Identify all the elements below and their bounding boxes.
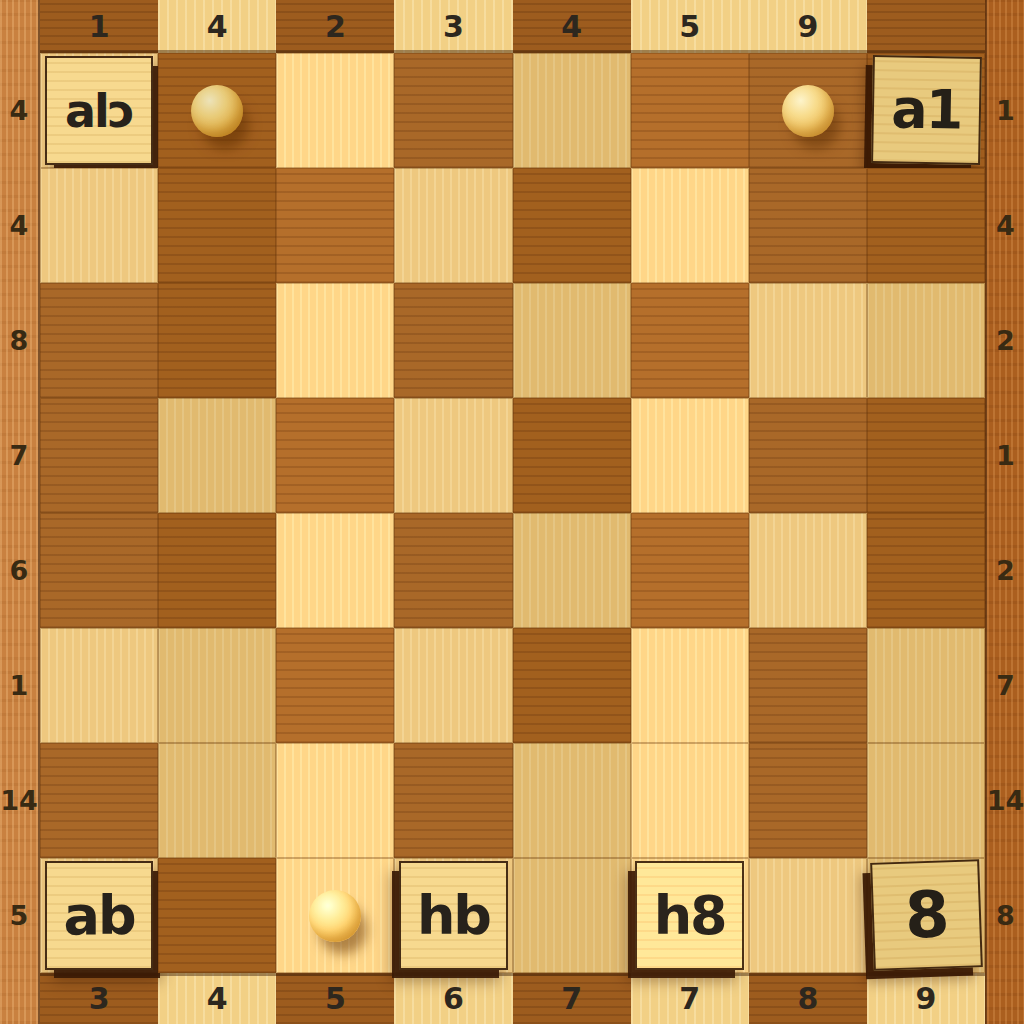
rank-label-left-7: 14 <box>0 787 38 814</box>
letter-block-text: a1 <box>890 83 961 138</box>
file-label-cell-top-7: 9 <box>749 0 867 53</box>
square-r5c3[interactable] <box>276 513 394 628</box>
file-label-cell-bottom-8: 9 <box>867 973 985 1024</box>
rank-label-left-1: 4 <box>10 97 29 124</box>
square-r1c3[interactable] <box>276 53 394 168</box>
square-r6c7[interactable] <box>749 628 867 743</box>
square-r8c8[interactable]: 8 <box>867 858 985 973</box>
square-r5c8[interactable] <box>867 513 985 628</box>
rank-label-right-2: 4 <box>996 212 1015 239</box>
square-r5c6[interactable] <box>631 513 749 628</box>
square-r6c5[interactable] <box>513 628 631 743</box>
file-label-bottom-2: 4 <box>207 984 228 1014</box>
file-label-top-4: 3 <box>443 12 464 42</box>
square-r5c7[interactable] <box>749 513 867 628</box>
letter-block-a1[interactable]: a1 <box>871 55 982 165</box>
square-r1c4[interactable] <box>394 53 512 168</box>
file-label-cell-top-4: 3 <box>394 0 512 53</box>
rank-cell-left-1: 4 <box>0 53 38 168</box>
square-r4c7[interactable] <box>749 398 867 513</box>
square-r4c2[interactable] <box>158 398 276 513</box>
square-r6c8[interactable] <box>867 628 985 743</box>
file-label-cell-top-6: 5 <box>631 0 749 53</box>
square-r3c8[interactable] <box>867 283 985 398</box>
letter-block-alɔ[interactable]: alɔ <box>45 56 154 164</box>
square-r2c1[interactable] <box>40 168 158 283</box>
letter-block-h8[interactable]: h8 <box>635 861 744 969</box>
rank-cell-right-4: 1 <box>987 398 1024 513</box>
square-r1c8[interactable]: a1 <box>867 53 985 168</box>
rank-label-left-5: 6 <box>10 557 29 584</box>
square-r6c4[interactable] <box>394 628 512 743</box>
letter-block-text: hb <box>417 889 490 943</box>
square-r2c8[interactable] <box>867 168 985 283</box>
square-r8c2[interactable] <box>158 858 276 973</box>
right-border: 142127148 <box>985 0 1024 1024</box>
square-r5c1[interactable] <box>40 513 158 628</box>
square-r4c1[interactable] <box>40 398 158 513</box>
rank-cell-left-6: 1 <box>0 628 38 743</box>
square-r8c4[interactable]: hb <box>394 858 512 973</box>
file-label-cell-top-3: 2 <box>276 0 394 53</box>
letter-block-text: 8 <box>904 883 949 948</box>
rank-label-left-3: 8 <box>10 327 29 354</box>
rank-cell-right-3: 2 <box>987 283 1024 398</box>
square-r7c7[interactable] <box>749 743 867 858</box>
square-r4c6[interactable] <box>631 398 749 513</box>
file-label-cell-top-1: 1 <box>40 0 158 53</box>
file-label-cell-bottom-7: 8 <box>749 973 867 1024</box>
square-r7c3[interactable] <box>276 743 394 858</box>
square-r8c7[interactable] <box>749 858 867 973</box>
square-r7c5[interactable] <box>513 743 631 858</box>
square-r3c4[interactable] <box>394 283 512 398</box>
square-r4c3[interactable] <box>276 398 394 513</box>
file-label-top-7: 9 <box>797 12 818 42</box>
rank-label-right-7: 14 <box>987 787 1024 814</box>
square-r3c2[interactable] <box>158 283 276 398</box>
letter-block-text: h8 <box>654 889 726 943</box>
board: 448761145142127148142345934567789alɔa1ab… <box>0 0 1024 1024</box>
file-label-cell-top-5: 4 <box>513 0 631 53</box>
file-label-cell-bottom-1: 3 <box>40 973 158 1024</box>
square-r1c5[interactable] <box>513 53 631 168</box>
ball-piece-2[interactable] <box>782 85 834 137</box>
rank-cell-left-3: 8 <box>0 283 38 398</box>
square-r7c1[interactable] <box>40 743 158 858</box>
square-r1c2[interactable] <box>158 53 276 168</box>
file-label-top-3: 2 <box>325 12 346 42</box>
square-r2c6[interactable] <box>631 168 749 283</box>
square-r5c5[interactable] <box>513 513 631 628</box>
square-r1c6[interactable] <box>631 53 749 168</box>
letter-block-ab[interactable]: ab <box>45 861 154 969</box>
rank-cell-right-7: 14 <box>987 743 1024 858</box>
file-label-bottom-5: 7 <box>561 984 582 1014</box>
square-r4c4[interactable] <box>394 398 512 513</box>
file-label-bottom-4: 6 <box>443 984 464 1014</box>
square-r3c5[interactable] <box>513 283 631 398</box>
rank-cell-right-6: 7 <box>987 628 1024 743</box>
square-r7c6[interactable] <box>631 743 749 858</box>
rank-label-right-8: 8 <box>996 902 1015 929</box>
file-label-cell-bottom-5: 7 <box>513 973 631 1024</box>
ball-piece-3[interactable] <box>309 890 361 942</box>
square-r2c4[interactable] <box>394 168 512 283</box>
square-r3c3[interactable] <box>276 283 394 398</box>
rank-cell-left-7: 14 <box>0 743 38 858</box>
rank-label-left-4: 7 <box>10 442 29 469</box>
square-r6c6[interactable] <box>631 628 749 743</box>
file-label-bottom-7: 8 <box>797 984 818 1014</box>
file-label-cell-top-2: 4 <box>158 0 276 53</box>
rank-cell-right-1: 1 <box>987 53 1024 168</box>
file-label-top-1: 1 <box>89 12 110 42</box>
ball-piece-1[interactable] <box>191 85 243 137</box>
square-r8c3[interactable] <box>276 858 394 973</box>
square-r1c1[interactable]: alɔ <box>40 53 158 168</box>
rank-label-left-2: 4 <box>10 212 29 239</box>
rank-cell-left-5: 6 <box>0 513 38 628</box>
rank-cell-left-8: 5 <box>0 858 38 973</box>
square-r3c6[interactable] <box>631 283 749 398</box>
left-border: 448761145 <box>0 0 40 1024</box>
square-r6c2[interactable] <box>158 628 276 743</box>
square-r7c4[interactable] <box>394 743 512 858</box>
square-r2c2[interactable] <box>158 168 276 283</box>
rank-label-right-3: 2 <box>996 327 1015 354</box>
square-r1c7[interactable] <box>749 53 867 168</box>
square-r4c5[interactable] <box>513 398 631 513</box>
letter-block-8[interactable]: 8 <box>870 860 982 972</box>
file-label-cell-top-8 <box>867 0 985 53</box>
square-r3c1[interactable] <box>40 283 158 398</box>
file-label-bottom-3: 5 <box>325 984 346 1014</box>
rank-cell-right-2: 4 <box>987 168 1024 283</box>
rank-label-right-1: 1 <box>996 97 1015 124</box>
rank-label-right-5: 2 <box>996 557 1015 584</box>
file-label-cell-bottom-2: 4 <box>158 973 276 1024</box>
square-r7c8[interactable] <box>867 743 985 858</box>
square-r5c2[interactable] <box>158 513 276 628</box>
rank-label-right-6: 7 <box>996 672 1015 699</box>
rank-label-left-8: 5 <box>10 902 29 929</box>
square-r5c4[interactable] <box>394 513 512 628</box>
square-r8c1[interactable]: ab <box>40 858 158 973</box>
square-r7c2[interactable] <box>158 743 276 858</box>
rank-cell-left-2: 4 <box>0 168 38 283</box>
file-label-bottom-1: 3 <box>89 984 110 1014</box>
square-r2c7[interactable] <box>749 168 867 283</box>
rank-cell-right-8: 8 <box>987 858 1024 973</box>
square-r2c5[interactable] <box>513 168 631 283</box>
file-label-cell-bottom-6: 7 <box>631 973 749 1024</box>
rank-label-right-4: 1 <box>996 442 1015 469</box>
board-photo: 448761145142127148142345934567789alɔa1ab… <box>0 0 1024 1024</box>
file-label-bottom-8: 9 <box>916 984 937 1014</box>
rank-cell-right-5: 2 <box>987 513 1024 628</box>
letter-block-text: alɔ <box>65 88 133 134</box>
file-label-top-5: 4 <box>561 12 582 42</box>
file-label-top-2: 4 <box>207 12 228 42</box>
rank-cell-left-4: 7 <box>0 398 38 513</box>
rank-label-left-6: 1 <box>10 672 29 699</box>
square-r8c6[interactable]: h8 <box>631 858 749 973</box>
square-r8c5[interactable] <box>513 858 631 973</box>
square-r6c1[interactable] <box>40 628 158 743</box>
file-label-bottom-6: 7 <box>679 984 700 1014</box>
square-r3c7[interactable] <box>749 283 867 398</box>
square-r4c8[interactable] <box>867 398 985 513</box>
square-r2c3[interactable] <box>276 168 394 283</box>
file-label-cell-bottom-4: 6 <box>394 973 512 1024</box>
square-r6c3[interactable] <box>276 628 394 743</box>
letter-block-hb[interactable]: hb <box>399 861 508 969</box>
file-label-top-6: 5 <box>679 12 700 42</box>
letter-block-text: ab <box>64 889 135 943</box>
file-label-cell-bottom-3: 5 <box>276 973 394 1024</box>
